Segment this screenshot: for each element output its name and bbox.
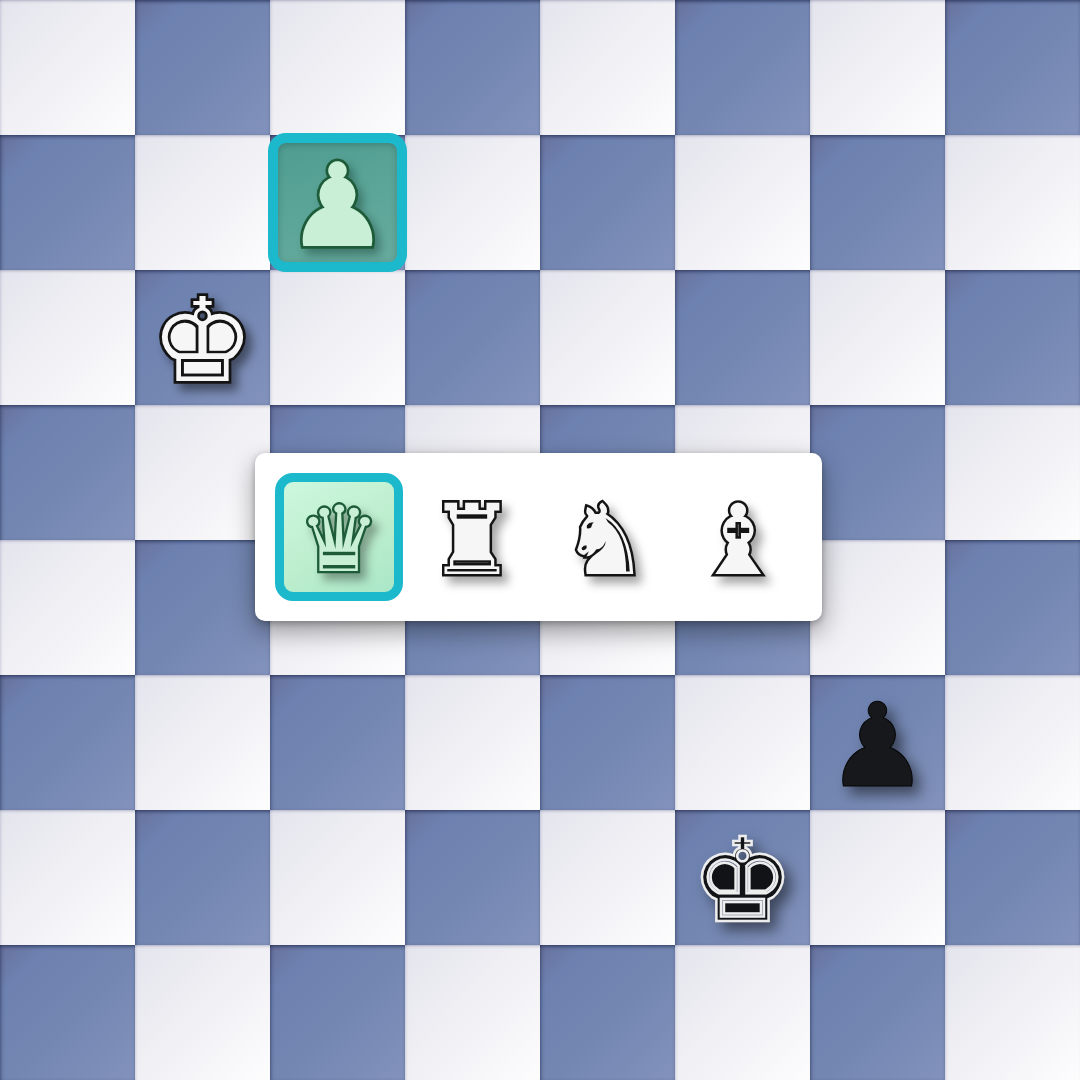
square-b6[interactable]: ♚ [135,270,270,405]
square-e7[interactable] [540,135,675,270]
square-a8[interactable] [0,0,135,135]
square-h4[interactable] [945,540,1080,675]
square-a3[interactable] [0,675,135,810]
svg-text:♟: ♟ [286,138,390,270]
square-a2[interactable] [0,810,135,945]
square-c6[interactable] [270,270,405,405]
square-e1[interactable] [540,945,675,1080]
svg-text:♚: ♚ [151,273,255,405]
square-d3[interactable] [405,675,540,810]
square-b5[interactable] [135,405,270,540]
svg-text:♟: ♟ [826,678,930,810]
square-a5[interactable] [0,405,135,540]
black-pawn-piece[interactable]: ♟ [810,675,945,810]
square-d1[interactable] [405,945,540,1080]
promotion-knight-icon: ♞ [546,478,664,596]
square-b2[interactable] [135,810,270,945]
square-f3[interactable] [675,675,810,810]
square-f7[interactable] [675,135,810,270]
svg-text:♞: ♞ [561,483,649,596]
square-h7[interactable] [945,135,1080,270]
svg-text:♝: ♝ [694,483,782,596]
promotion-option-rook[interactable]: ♜ [408,473,536,601]
square-h3[interactable] [945,675,1080,810]
square-c3[interactable] [270,675,405,810]
square-b3[interactable] [135,675,270,810]
square-b7[interactable] [135,135,270,270]
chess-board-wrap: ♟♚♟♚ ♛ ♜ ♞ ♝ [0,0,1080,1080]
promotion-option-knight[interactable]: ♞ [541,473,669,601]
square-h8[interactable] [945,0,1080,135]
square-h2[interactable] [945,810,1080,945]
square-d7[interactable] [405,135,540,270]
square-e8[interactable] [540,0,675,135]
promotion-option-bishop[interactable]: ♝ [674,473,802,601]
square-d2[interactable] [405,810,540,945]
square-c8[interactable] [270,0,405,135]
promotion-queen-icon: ♛ [284,478,394,596]
svg-text:♛: ♛ [298,486,380,592]
square-g7[interactable] [810,135,945,270]
square-a4[interactable] [0,540,135,675]
svg-text:♚: ♚ [691,813,795,945]
square-g4[interactable] [810,540,945,675]
square-f2[interactable]: ♚ [675,810,810,945]
square-h1[interactable] [945,945,1080,1080]
square-a6[interactable] [0,270,135,405]
square-c1[interactable] [270,945,405,1080]
square-g1[interactable] [810,945,945,1080]
square-b4[interactable] [135,540,270,675]
square-e6[interactable] [540,270,675,405]
promotion-option-queen[interactable]: ♛ [275,473,403,601]
square-b8[interactable] [135,0,270,135]
white-pawn-piece[interactable]: ♟ [270,135,405,270]
promotion-dialog: ♛ ♜ ♞ ♝ [255,453,822,621]
square-c7[interactable]: ♟ [270,135,405,270]
svg-text:♜: ♜ [428,483,516,596]
promotion-rook-icon: ♜ [413,478,531,596]
square-f6[interactable] [675,270,810,405]
square-d8[interactable] [405,0,540,135]
square-g6[interactable] [810,270,945,405]
square-h5[interactable] [945,405,1080,540]
square-h6[interactable] [945,270,1080,405]
square-g8[interactable] [810,0,945,135]
square-e2[interactable] [540,810,675,945]
square-f8[interactable] [675,0,810,135]
square-b1[interactable] [135,945,270,1080]
square-g3[interactable]: ♟ [810,675,945,810]
square-a7[interactable] [0,135,135,270]
black-king-piece[interactable]: ♚ [675,810,810,945]
white-king-piece[interactable]: ♚ [135,270,270,405]
square-c2[interactable] [270,810,405,945]
square-e3[interactable] [540,675,675,810]
promotion-bishop-icon: ♝ [679,478,797,596]
square-d6[interactable] [405,270,540,405]
square-g2[interactable] [810,810,945,945]
square-a1[interactable] [0,945,135,1080]
square-f1[interactable] [675,945,810,1080]
square-g5[interactable] [810,405,945,540]
